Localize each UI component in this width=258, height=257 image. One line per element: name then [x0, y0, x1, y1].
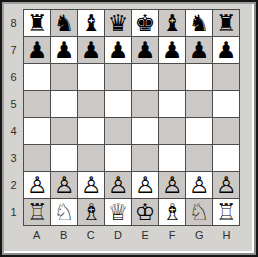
piece-white-knight-g1[interactable]: ♘ [189, 199, 210, 225]
square-b7[interactable]: ♟ [51, 37, 77, 63]
piece-black-rook-a8[interactable]: ♜ [27, 10, 48, 36]
square-d3[interactable] [105, 145, 131, 171]
rank-label-7: 7 [4, 36, 23, 63]
square-d7[interactable]: ♟ [105, 37, 131, 63]
square-b2[interactable]: ♙ [51, 172, 77, 198]
square-g8[interactable]: ♞ [186, 10, 212, 36]
square-b8[interactable]: ♞ [51, 10, 77, 36]
square-e1[interactable]: ♔ [132, 199, 158, 225]
square-a5[interactable] [24, 91, 50, 117]
square-h5[interactable] [213, 91, 239, 117]
piece-white-rook-a1[interactable]: ♖ [27, 199, 48, 225]
piece-black-knight-g8[interactable]: ♞ [189, 10, 210, 36]
piece-white-queen-d1[interactable]: ♕ [108, 199, 129, 225]
square-b1[interactable]: ♘ [51, 199, 77, 225]
file-label-f: F [159, 226, 186, 244]
piece-white-pawn-a2[interactable]: ♙ [27, 172, 48, 198]
square-a1[interactable]: ♖ [24, 199, 50, 225]
piece-black-bishop-c8[interactable]: ♝ [81, 10, 102, 36]
square-a8[interactable]: ♜ [24, 10, 50, 36]
piece-black-king-e8[interactable]: ♚ [135, 10, 156, 36]
rank-label-1: 1 [4, 199, 23, 226]
square-f4[interactable] [159, 118, 185, 144]
square-c4[interactable] [78, 118, 104, 144]
piece-black-pawn-f7[interactable]: ♟ [162, 37, 183, 63]
rank-label-3: 3 [4, 145, 23, 172]
piece-black-pawn-d7[interactable]: ♟ [108, 37, 129, 63]
square-e4[interactable] [132, 118, 158, 144]
square-d2[interactable]: ♙ [105, 172, 131, 198]
square-h4[interactable] [213, 118, 239, 144]
rank-label-5: 5 [4, 90, 23, 117]
square-d6[interactable] [105, 64, 131, 90]
rank-label-2: 2 [4, 172, 23, 199]
square-g3[interactable] [186, 145, 212, 171]
square-h7[interactable]: ♟ [213, 37, 239, 63]
square-c7[interactable]: ♟ [78, 37, 104, 63]
square-d8[interactable]: ♛ [105, 10, 131, 36]
square-f5[interactable] [159, 91, 185, 117]
square-e5[interactable] [132, 91, 158, 117]
square-e6[interactable] [132, 64, 158, 90]
square-b4[interactable] [51, 118, 77, 144]
square-g6[interactable] [186, 64, 212, 90]
square-g7[interactable]: ♟ [186, 37, 212, 63]
square-h8[interactable]: ♜ [213, 10, 239, 36]
square-c2[interactable]: ♙ [78, 172, 104, 198]
board: ♜♞♝♛♚♝♞♜♟♟♟♟♟♟♟♟♙♙♙♙♙♙♙♙♖♘♗♕♔♗♘♖ [23, 9, 240, 226]
square-c3[interactable] [78, 145, 104, 171]
piece-black-pawn-b7[interactable]: ♟ [54, 37, 75, 63]
piece-black-knight-b8[interactable]: ♞ [54, 10, 75, 36]
rank-label-6: 6 [4, 63, 23, 90]
file-label-c: C [77, 226, 104, 244]
square-e3[interactable] [132, 145, 158, 171]
square-a3[interactable] [24, 145, 50, 171]
rank-labels: 8 7 6 5 4 3 2 1 [4, 9, 23, 226]
square-a2[interactable]: ♙ [24, 172, 50, 198]
square-b5[interactable] [51, 91, 77, 117]
piece-white-bishop-f1[interactable]: ♗ [162, 199, 183, 225]
square-e2[interactable]: ♙ [132, 172, 158, 198]
chessboard-window: 8 7 6 5 4 3 2 1 ♜♞♝♛♚♝♞♜♟♟♟♟♟♟♟♟♙♙♙♙♙♙♙♙… [0, 0, 258, 257]
square-f3[interactable] [159, 145, 185, 171]
file-label-g: G [186, 226, 213, 244]
piece-white-pawn-g2[interactable]: ♙ [189, 172, 210, 198]
square-h3[interactable] [213, 145, 239, 171]
piece-white-pawn-c2[interactable]: ♙ [81, 172, 102, 198]
square-c5[interactable] [78, 91, 104, 117]
square-g5[interactable] [186, 91, 212, 117]
frame-bevel: 8 7 6 5 4 3 2 1 ♜♞♝♛♚♝♞♜♟♟♟♟♟♟♟♟♙♙♙♙♙♙♙♙… [2, 2, 256, 255]
square-d5[interactable] [105, 91, 131, 117]
square-f8[interactable]: ♝ [159, 10, 185, 36]
file-label-e: E [132, 226, 159, 244]
square-f2[interactable]: ♙ [159, 172, 185, 198]
rank-label-8: 8 [4, 9, 23, 36]
square-g4[interactable] [186, 118, 212, 144]
piece-black-pawn-a7[interactable]: ♟ [27, 37, 48, 63]
square-h1[interactable]: ♖ [213, 199, 239, 225]
file-label-d: D [104, 226, 131, 244]
square-c6[interactable] [78, 64, 104, 90]
piece-black-queen-d8[interactable]: ♛ [108, 10, 129, 36]
square-c1[interactable]: ♗ [78, 199, 104, 225]
piece-white-pawn-e2[interactable]: ♙ [135, 172, 156, 198]
square-e7[interactable]: ♟ [132, 37, 158, 63]
square-g1[interactable]: ♘ [186, 199, 212, 225]
square-a4[interactable] [24, 118, 50, 144]
square-f6[interactable] [159, 64, 185, 90]
rank-label-4: 4 [4, 118, 23, 145]
piece-white-rook-h1[interactable]: ♖ [216, 199, 237, 225]
square-h2[interactable]: ♙ [213, 172, 239, 198]
file-labels: A B C D E F G H [23, 226, 240, 244]
piece-black-pawn-g7[interactable]: ♟ [189, 37, 210, 63]
piece-black-pawn-c7[interactable]: ♟ [81, 37, 102, 63]
piece-white-pawn-d2[interactable]: ♙ [108, 172, 129, 198]
square-g2[interactable]: ♙ [186, 172, 212, 198]
piece-black-pawn-h7[interactable]: ♟ [216, 37, 237, 63]
file-label-h: H [213, 226, 240, 244]
square-c8[interactable]: ♝ [78, 10, 104, 36]
piece-white-pawn-b2[interactable]: ♙ [54, 172, 75, 198]
square-b6[interactable] [51, 64, 77, 90]
piece-black-bishop-f8[interactable]: ♝ [162, 10, 183, 36]
piece-white-knight-b1[interactable]: ♘ [54, 199, 75, 225]
square-b3[interactable] [51, 145, 77, 171]
square-d4[interactable] [105, 118, 131, 144]
square-d1[interactable]: ♕ [105, 199, 131, 225]
file-label-b: B [50, 226, 77, 244]
square-a7[interactable]: ♟ [24, 37, 50, 63]
piece-black-pawn-e7[interactable]: ♟ [135, 37, 156, 63]
square-e8[interactable]: ♚ [132, 10, 158, 36]
board-frame: 8 7 6 5 4 3 2 1 ♜♞♝♛♚♝♞♜♟♟♟♟♟♟♟♟♙♙♙♙♙♙♙♙… [4, 4, 254, 253]
piece-white-king-e1[interactable]: ♔ [135, 199, 156, 225]
file-label-a: A [23, 226, 50, 244]
piece-white-pawn-f2[interactable]: ♙ [162, 172, 183, 198]
square-h6[interactable] [213, 64, 239, 90]
square-a6[interactable] [24, 64, 50, 90]
piece-white-bishop-c1[interactable]: ♗ [81, 199, 102, 225]
piece-black-rook-h8[interactable]: ♜ [216, 10, 237, 36]
square-f1[interactable]: ♗ [159, 199, 185, 225]
square-f7[interactable]: ♟ [159, 37, 185, 63]
piece-white-pawn-h2[interactable]: ♙ [216, 172, 237, 198]
